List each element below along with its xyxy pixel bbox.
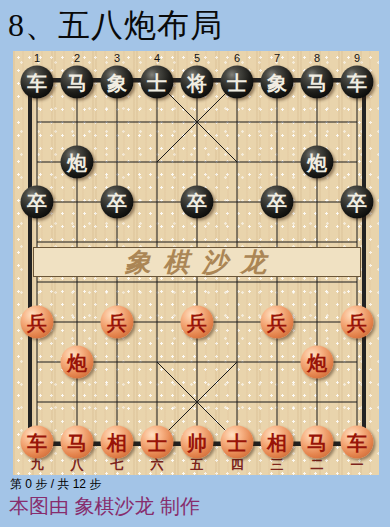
piece-red-advisor[interactable]: 士 bbox=[141, 426, 174, 459]
piece-glyph: 车 bbox=[27, 432, 47, 452]
piece-red-elephant[interactable]: 相 bbox=[261, 426, 294, 459]
piece-red-cannon[interactable]: 炮 bbox=[301, 346, 334, 379]
piece-glyph: 卒 bbox=[107, 192, 127, 212]
piece-glyph: 马 bbox=[67, 72, 87, 92]
piece-glyph: 卒 bbox=[187, 192, 207, 212]
piece-black-soldier[interactable]: 卒 bbox=[21, 186, 54, 219]
piece-glyph: 马 bbox=[307, 72, 327, 92]
piece-glyph: 车 bbox=[347, 72, 367, 92]
file-label-top: 2 bbox=[74, 52, 80, 65]
file-label-bottom: 二 bbox=[311, 457, 324, 472]
piece-black-soldier[interactable]: 卒 bbox=[181, 186, 214, 219]
credit-caption: 本图由 象棋沙龙 制作 bbox=[9, 493, 200, 519]
file-label-top: 6 bbox=[234, 52, 240, 65]
piece-glyph: 兵 bbox=[187, 312, 207, 332]
piece-red-horse[interactable]: 马 bbox=[61, 426, 94, 459]
piece-glyph: 马 bbox=[67, 432, 87, 452]
piece-red-rook[interactable]: 车 bbox=[21, 426, 54, 459]
piece-black-cannon[interactable]: 炮 bbox=[61, 146, 94, 179]
piece-red-horse[interactable]: 马 bbox=[301, 426, 334, 459]
page-title: 8、五八炮布局 bbox=[8, 5, 223, 45]
move-counter: 第 0 步 / 共 12 步 bbox=[10, 476, 101, 493]
file-label-bottom: 九 bbox=[31, 457, 44, 472]
piece-glyph: 卒 bbox=[27, 192, 47, 212]
piece-black-soldier[interactable]: 卒 bbox=[101, 186, 134, 219]
app-window: 8、五八炮布局 123456789 九八七六五四三二一 车马象士将士象马车炮炮卒… bbox=[0, 0, 390, 527]
piece-glyph: 炮 bbox=[67, 152, 87, 172]
file-label-bottom: 四 bbox=[231, 457, 244, 472]
piece-glyph: 士 bbox=[227, 432, 247, 452]
piece-black-rook[interactable]: 车 bbox=[341, 66, 374, 99]
piece-black-advisor[interactable]: 士 bbox=[221, 66, 254, 99]
piece-black-advisor[interactable]: 士 bbox=[141, 66, 174, 99]
piece-black-soldier[interactable]: 卒 bbox=[341, 186, 374, 219]
file-label-top: 3 bbox=[114, 52, 120, 65]
piece-glyph: 象 bbox=[267, 72, 287, 92]
xiangqi-board: 123456789 九八七六五四三二一 车马象士将士象马车炮炮卒卒卒卒卒兵兵兵兵… bbox=[13, 51, 379, 475]
piece-red-elephant[interactable]: 相 bbox=[101, 426, 134, 459]
file-label-top: 4 bbox=[154, 52, 160, 65]
piece-black-horse[interactable]: 马 bbox=[61, 66, 94, 99]
piece-red-soldier[interactable]: 兵 bbox=[101, 306, 134, 339]
piece-red-soldier[interactable]: 兵 bbox=[261, 306, 294, 339]
piece-black-general[interactable]: 将 bbox=[181, 66, 214, 99]
piece-glyph: 车 bbox=[27, 72, 47, 92]
piece-glyph: 炮 bbox=[307, 352, 327, 372]
piece-glyph: 兵 bbox=[347, 312, 367, 332]
file-label-bottom: 一 bbox=[351, 457, 364, 472]
piece-black-cannon[interactable]: 炮 bbox=[301, 146, 334, 179]
piece-red-soldier[interactable]: 兵 bbox=[21, 306, 54, 339]
piece-glyph: 卒 bbox=[267, 192, 287, 212]
file-label-bottom: 五 bbox=[191, 457, 204, 472]
piece-glyph: 士 bbox=[227, 72, 247, 92]
piece-glyph: 炮 bbox=[307, 152, 327, 172]
piece-black-elephant[interactable]: 象 bbox=[261, 66, 294, 99]
file-label-bottom: 六 bbox=[151, 457, 164, 472]
piece-red-soldier[interactable]: 兵 bbox=[341, 306, 374, 339]
piece-glyph: 士 bbox=[147, 72, 167, 92]
piece-red-rook[interactable]: 车 bbox=[341, 426, 374, 459]
river-panel: 象 棋 沙 龙 bbox=[33, 247, 361, 277]
piece-glyph: 相 bbox=[267, 432, 287, 452]
file-label-top: 9 bbox=[354, 52, 360, 65]
piece-red-general[interactable]: 帅 bbox=[181, 426, 214, 459]
piece-glyph: 兵 bbox=[27, 312, 47, 332]
piece-glyph: 帅 bbox=[187, 432, 207, 452]
file-label-top: 1 bbox=[34, 52, 40, 65]
piece-glyph: 相 bbox=[107, 432, 127, 452]
piece-glyph: 卒 bbox=[347, 192, 367, 212]
piece-black-soldier[interactable]: 卒 bbox=[261, 186, 294, 219]
file-label-top: 8 bbox=[314, 52, 320, 65]
file-label-top: 7 bbox=[274, 52, 280, 65]
piece-glyph: 炮 bbox=[67, 352, 87, 372]
piece-glyph: 马 bbox=[307, 432, 327, 452]
file-label-bottom: 八 bbox=[71, 457, 84, 472]
river-watermark: 象 棋 沙 龙 bbox=[125, 245, 270, 280]
piece-red-advisor[interactable]: 士 bbox=[221, 426, 254, 459]
piece-black-rook[interactable]: 车 bbox=[21, 66, 54, 99]
piece-glyph: 车 bbox=[347, 432, 367, 452]
file-label-bottom: 七 bbox=[111, 457, 124, 472]
piece-red-cannon[interactable]: 炮 bbox=[61, 346, 94, 379]
piece-black-horse[interactable]: 马 bbox=[301, 66, 334, 99]
piece-glyph: 兵 bbox=[107, 312, 127, 332]
piece-glyph: 兵 bbox=[267, 312, 287, 332]
piece-black-elephant[interactable]: 象 bbox=[101, 66, 134, 99]
file-label-top: 5 bbox=[194, 52, 200, 65]
piece-glyph: 象 bbox=[107, 72, 127, 92]
piece-red-soldier[interactable]: 兵 bbox=[181, 306, 214, 339]
file-label-bottom: 三 bbox=[271, 457, 284, 472]
piece-glyph: 将 bbox=[187, 72, 207, 92]
piece-glyph: 士 bbox=[147, 432, 167, 452]
